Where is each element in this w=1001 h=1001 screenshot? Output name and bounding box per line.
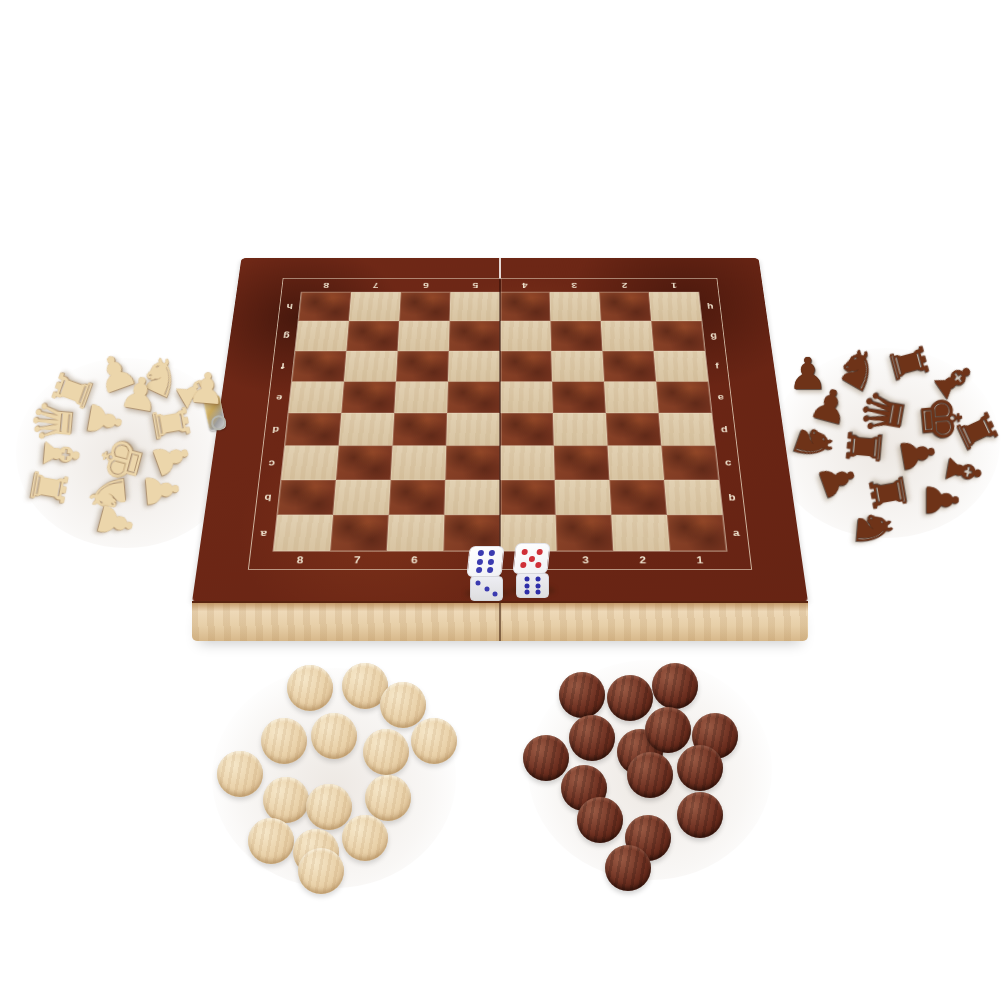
- die-pip: [524, 577, 529, 582]
- coordinate-label: 6: [385, 552, 443, 569]
- square-c8[interactable]: [281, 446, 338, 480]
- light-checker[interactable]: [261, 718, 307, 764]
- square-g4[interactable]: [500, 321, 551, 351]
- light-checker[interactable]: [363, 729, 409, 775]
- dark-chess-piece[interactable]: ♟: [920, 480, 964, 519]
- square-e4[interactable]: [500, 381, 553, 413]
- square-d6[interactable]: [392, 413, 447, 446]
- die-pip: [475, 567, 482, 573]
- light-checker[interactable]: [217, 751, 263, 797]
- square-d7[interactable]: [339, 413, 395, 446]
- square-e6[interactable]: [394, 381, 448, 413]
- light-chess-piece[interactable]: ♜: [22, 463, 74, 512]
- square-a7[interactable]: [330, 515, 389, 551]
- square-h7[interactable]: [349, 292, 401, 321]
- light-checker[interactable]: [298, 848, 344, 894]
- coordinate-label: 3: [549, 279, 599, 292]
- square-a2[interactable]: [611, 515, 670, 551]
- die-pip: [524, 589, 529, 594]
- square-f6[interactable]: [396, 351, 449, 382]
- dark-checker[interactable]: [677, 792, 723, 838]
- square-e8[interactable]: [288, 381, 343, 413]
- square-b8[interactable]: [277, 480, 335, 515]
- light-checker[interactable]: [342, 815, 388, 861]
- square-e1[interactable]: [656, 381, 711, 413]
- die-pip: [476, 559, 483, 565]
- square-g6[interactable]: [398, 321, 450, 351]
- die-pip: [524, 583, 529, 588]
- coordinate-label: 8: [301, 279, 352, 292]
- coordinate-label: 4: [500, 279, 550, 292]
- square-c6[interactable]: [391, 446, 447, 480]
- square-f3[interactable]: [551, 351, 604, 382]
- square-c1[interactable]: [661, 446, 718, 480]
- square-b7[interactable]: [333, 480, 391, 515]
- coordinate-label: 8: [271, 552, 330, 569]
- die-pip: [536, 583, 541, 588]
- square-f4[interactable]: [500, 351, 552, 382]
- die-top-face: [466, 546, 504, 577]
- square-a6[interactable]: [387, 515, 445, 551]
- square-g1[interactable]: [651, 321, 705, 351]
- square-h3[interactable]: [550, 292, 601, 321]
- square-e7[interactable]: [341, 381, 396, 413]
- square-a3[interactable]: [556, 515, 614, 551]
- dark-checker[interactable]: [523, 735, 569, 781]
- square-d8[interactable]: [285, 413, 341, 446]
- square-f2[interactable]: [602, 351, 656, 382]
- square-g7[interactable]: [346, 321, 399, 351]
- die-pip: [476, 580, 481, 585]
- die-pip: [492, 592, 497, 597]
- square-h4[interactable]: [500, 292, 550, 321]
- dark-checker[interactable]: [577, 797, 623, 843]
- dark-checker[interactable]: [559, 672, 605, 718]
- square-g3[interactable]: [550, 321, 602, 351]
- coordinate-label: 6: [400, 279, 450, 292]
- die-pip: [535, 562, 542, 568]
- square-c4[interactable]: [500, 446, 555, 480]
- coordinate-label: 5: [450, 279, 500, 292]
- square-c3[interactable]: [554, 446, 610, 480]
- die-pip: [537, 549, 544, 555]
- coordinate-label: d: [712, 413, 736, 446]
- square-e5[interactable]: [447, 381, 500, 413]
- coordinate-label: f: [706, 350, 729, 381]
- dark-checker[interactable]: [569, 715, 615, 761]
- die-pip: [528, 556, 535, 562]
- die-pip: [484, 586, 489, 591]
- coordinate-label: 1: [648, 279, 699, 292]
- square-b6[interactable]: [389, 480, 446, 515]
- square-c5[interactable]: [445, 446, 500, 480]
- die-top-face: [512, 543, 550, 574]
- coordinate-label: 1: [671, 552, 730, 569]
- square-d3[interactable]: [553, 413, 608, 446]
- square-d2[interactable]: [606, 413, 662, 446]
- square-f5[interactable]: [448, 351, 500, 382]
- coordinate-label: h: [699, 292, 721, 321]
- square-g5[interactable]: [449, 321, 500, 351]
- coordinate-label: 7: [351, 279, 402, 292]
- board-front-edge: [192, 601, 808, 641]
- coordinate-label: b: [720, 480, 745, 515]
- light-chess-piece[interactable]: ♟: [138, 468, 185, 511]
- left-die[interactable]: [468, 546, 504, 601]
- die-pip: [487, 567, 494, 573]
- light-checker[interactable]: [248, 818, 294, 864]
- coordinate-label: a: [724, 515, 749, 551]
- dark-checker[interactable]: [607, 675, 653, 721]
- die-pip: [477, 550, 484, 556]
- light-checker[interactable]: [287, 665, 333, 711]
- square-d1[interactable]: [659, 413, 715, 446]
- square-c7[interactable]: [336, 446, 393, 480]
- square-a1[interactable]: [667, 515, 727, 551]
- dark-checker[interactable]: [605, 845, 651, 891]
- dark-checker[interactable]: [652, 663, 698, 709]
- square-f1[interactable]: [654, 351, 709, 382]
- coordinate-label: e: [709, 381, 733, 413]
- coordinate-label: 7: [328, 552, 386, 569]
- square-b5[interactable]: [444, 480, 500, 515]
- right-die[interactable]: [514, 543, 550, 598]
- coordinate-label: 3: [557, 552, 615, 569]
- square-g2[interactable]: [601, 321, 654, 351]
- light-checker[interactable]: [263, 777, 309, 823]
- coordinate-label: 2: [614, 552, 672, 569]
- light-chess-piece[interactable]: ♟: [186, 366, 227, 411]
- light-checker[interactable]: [411, 718, 457, 764]
- square-h8[interactable]: [298, 292, 351, 321]
- light-checker[interactable]: [380, 682, 426, 728]
- dark-checker[interactable]: [645, 707, 691, 753]
- dark-chess-piece[interactable]: ♞: [849, 505, 901, 552]
- square-h6[interactable]: [399, 292, 450, 321]
- die-pip: [521, 549, 528, 555]
- square-e3[interactable]: [552, 381, 606, 413]
- square-h1[interactable]: [649, 292, 702, 321]
- die-front-face: [470, 576, 503, 601]
- die-pip: [536, 589, 541, 594]
- square-g8[interactable]: [295, 321, 349, 351]
- coordinate-label: 2: [599, 279, 650, 292]
- die-pip: [536, 577, 541, 582]
- dark-checker[interactable]: [677, 745, 723, 791]
- square-h5[interactable]: [450, 292, 500, 321]
- coordinate-label: g: [702, 321, 725, 351]
- die-front-face: [516, 573, 549, 598]
- square-c2[interactable]: [608, 446, 665, 480]
- front-edge-fold-seam: [499, 603, 501, 641]
- square-f7[interactable]: [344, 351, 398, 382]
- square-d4[interactable]: [500, 413, 554, 446]
- die-pip: [520, 562, 527, 568]
- coordinate-label: c: [716, 446, 740, 480]
- folding-chessboard: 87654321 87654321 hgfedcba hgfedcba: [192, 102, 808, 602]
- dark-checker[interactable]: [627, 752, 673, 798]
- light-checker[interactable]: [311, 713, 357, 759]
- square-d5[interactable]: [446, 413, 500, 446]
- die-pip: [488, 559, 495, 565]
- square-e2[interactable]: [604, 381, 659, 413]
- light-checker[interactable]: [306, 784, 352, 830]
- square-b3[interactable]: [555, 480, 612, 515]
- square-a8[interactable]: [274, 515, 334, 551]
- light-checker[interactable]: [365, 775, 411, 821]
- square-h2[interactable]: [599, 292, 651, 321]
- square-b2[interactable]: [609, 480, 667, 515]
- square-b1[interactable]: [664, 480, 722, 515]
- die-pip: [489, 550, 496, 556]
- square-f8[interactable]: [292, 351, 347, 382]
- square-b4[interactable]: [500, 480, 556, 515]
